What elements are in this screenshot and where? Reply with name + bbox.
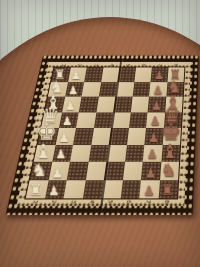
- black-pawn-piece: ♟: [146, 148, 157, 160]
- black-knight-piece: ♞: [161, 161, 177, 179]
- square-piece-slot: [64, 180, 86, 199]
- black-bishop-piece: ♝: [161, 141, 179, 161]
- coordinate-label: 6: [126, 200, 133, 204]
- board-3d-plane: 12345678 12345678 ♜♟♟♜♞♟♟♞♝♟♟♝♛♟♟♛♚♟♟♚♝♟…: [6, 56, 199, 215]
- coordinate-label: 6: [141, 64, 147, 67]
- square-piece-slot: [127, 128, 146, 145]
- white-pawn-piece: ♟: [59, 131, 70, 143]
- white-knight-piece: ♞: [31, 161, 47, 179]
- black-pawn-piece: ♟: [148, 131, 159, 143]
- square-piece-slot: ♜: [26, 180, 49, 199]
- coordinate-label: 4: [88, 200, 95, 204]
- square-piece-slot: ♞: [160, 162, 180, 180]
- chess-board: 12345678 12345678 ♜♟♟♜♞♟♟♞♝♟♟♝♛♟♟♛♚♟♟♚♝♟…: [26, 43, 196, 213]
- white-rook-piece: ♜: [29, 182, 43, 197]
- coordinate-label: 7: [157, 64, 163, 67]
- coordinate-label: 8: [163, 200, 170, 204]
- coordinate-label: 2: [77, 64, 83, 67]
- coordinate-label: 7: [144, 200, 151, 204]
- square-piece-slot: ♟: [141, 162, 161, 180]
- black-rook-piece: ♜: [161, 182, 175, 197]
- coordinate-label: 1: [61, 64, 67, 67]
- coordinate-label: 3: [69, 200, 76, 204]
- photo-chess-set: 12345678 12345678 ♜♟♟♜♞♟♟♞♝♟♟♝♛♟♟♛♚♟♟♚♝♟…: [0, 0, 200, 267]
- coordinates-near-edge: 12345678: [25, 197, 176, 206]
- white-bishop-piece: ♝: [34, 141, 52, 161]
- coordinate-label: 5: [125, 64, 131, 67]
- white-pawn-piece: ♟: [56, 148, 67, 160]
- square-piece-slot: [120, 180, 141, 199]
- square-piece-slot: [109, 128, 129, 145]
- coordinates-far-edge: 12345678: [55, 62, 184, 68]
- coordinate-label: 4: [109, 64, 115, 67]
- coordinate-label: 8: [173, 64, 179, 67]
- square-piece-slot: ♟: [139, 180, 159, 199]
- square-piece-slot: [104, 162, 125, 180]
- black-pawn-piece: ♟: [145, 166, 156, 179]
- board-square: [150, 67, 168, 81]
- board-square: [167, 67, 184, 81]
- board-square: [149, 82, 167, 97]
- square-piece-slot: [122, 162, 142, 180]
- white-pawn-piece: ♟: [52, 166, 63, 179]
- square-piece-slot: [125, 145, 145, 162]
- board-square: [132, 82, 150, 97]
- square-piece-slot: [82, 180, 103, 199]
- board-square: [166, 82, 184, 97]
- board-square: [165, 97, 183, 112]
- square-piece-slot: ♜: [158, 180, 178, 199]
- square-piece-slot: ♟: [143, 145, 163, 162]
- board-square: [148, 97, 166, 112]
- square-piece-slot: [101, 180, 122, 199]
- black-pawn-piece: ♟: [143, 184, 155, 197]
- square-piece-slot: ♟: [45, 180, 67, 199]
- board-square: [134, 67, 152, 81]
- board-square: [129, 112, 148, 128]
- coordinate-label: 2: [51, 200, 58, 204]
- coordinate-label: 3: [93, 64, 99, 67]
- white-pawn-piece: ♟: [48, 184, 60, 197]
- coordinate-label: 1: [32, 200, 39, 204]
- board-square: [130, 97, 149, 112]
- square-piece-slot: [106, 145, 126, 162]
- coordinate-label: 5: [107, 200, 114, 204]
